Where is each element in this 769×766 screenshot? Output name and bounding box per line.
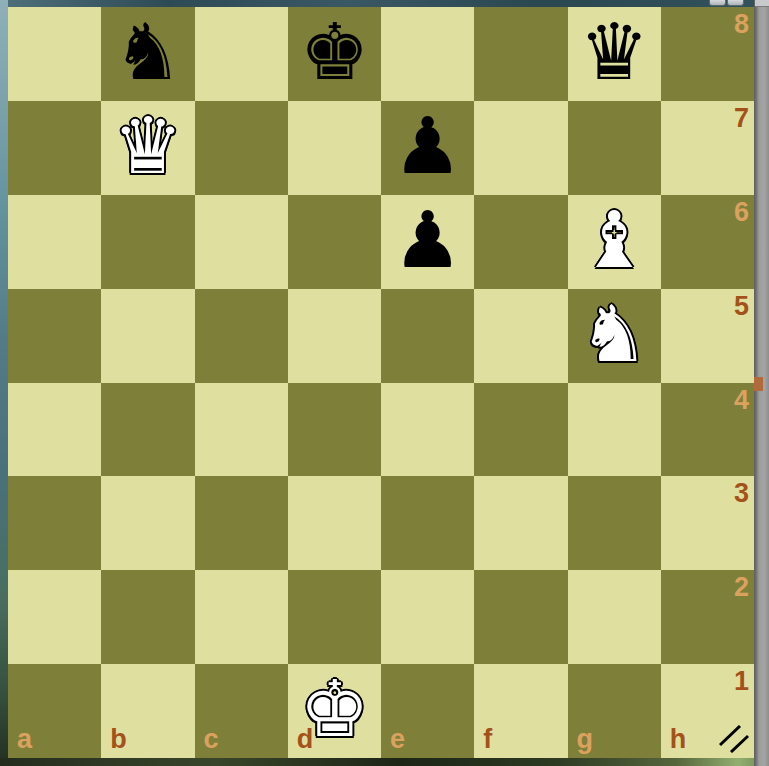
- square-e4[interactable]: [381, 383, 474, 477]
- square-g4[interactable]: [568, 383, 661, 477]
- piece-black-king[interactable]: ♚: [299, 13, 369, 91]
- square-g5[interactable]: ♞: [568, 289, 661, 383]
- square-c7[interactable]: [195, 101, 288, 195]
- window-button[interactable]: [727, 0, 744, 6]
- square-h4[interactable]: 4: [661, 383, 754, 477]
- square-e5[interactable]: [381, 289, 474, 383]
- square-d6[interactable]: [288, 195, 381, 289]
- square-c2[interactable]: [195, 570, 288, 664]
- square-a2[interactable]: [8, 570, 101, 664]
- piece-white-knight[interactable]: ♞: [579, 295, 649, 373]
- square-c8[interactable]: [195, 7, 288, 101]
- file-label-f: f: [483, 726, 492, 753]
- square-d4[interactable]: [288, 383, 381, 477]
- square-d5[interactable]: [288, 289, 381, 383]
- square-a7[interactable]: [8, 101, 101, 195]
- square-d8[interactable]: ♚: [288, 7, 381, 101]
- square-e3[interactable]: [381, 476, 474, 570]
- window-buttons: [709, 0, 744, 6]
- square-h1[interactable]: 1h: [661, 664, 754, 758]
- square-f3[interactable]: [474, 476, 567, 570]
- file-label-h: h: [670, 726, 687, 753]
- file-label-b: b: [110, 726, 127, 753]
- square-b8[interactable]: ♞: [101, 7, 194, 101]
- square-f1[interactable]: f: [474, 664, 567, 758]
- square-c4[interactable]: [195, 383, 288, 477]
- wallpaper-left-strip: [0, 0, 8, 766]
- file-label-g: g: [577, 726, 594, 753]
- resize-handle-icon[interactable]: [719, 725, 749, 753]
- square-c3[interactable]: [195, 476, 288, 570]
- scrollbar-top-button[interactable]: [755, 0, 769, 7]
- rank-label-1: 1: [734, 668, 749, 695]
- file-label-c: c: [204, 726, 219, 753]
- square-d3[interactable]: [288, 476, 381, 570]
- rank-label-3: 3: [734, 480, 749, 507]
- square-g3[interactable]: [568, 476, 661, 570]
- square-b2[interactable]: [101, 570, 194, 664]
- square-h6[interactable]: 6: [661, 195, 754, 289]
- square-g7[interactable]: [568, 101, 661, 195]
- file-label-a: a: [17, 726, 32, 753]
- square-h2[interactable]: 2: [661, 570, 754, 664]
- square-g8[interactable]: ♛: [568, 7, 661, 101]
- piece-black-knight[interactable]: ♞: [113, 13, 183, 91]
- square-f5[interactable]: [474, 289, 567, 383]
- rank-label-2: 2: [734, 574, 749, 601]
- square-g1[interactable]: g: [568, 664, 661, 758]
- wallpaper-bottom-strip: [0, 758, 769, 766]
- square-a4[interactable]: [8, 383, 101, 477]
- square-f4[interactable]: [474, 383, 567, 477]
- chess-board: ♞♚♛8♛♟7♟♝6♞5432abc♚defg1h: [8, 7, 754, 758]
- square-b1[interactable]: b: [101, 664, 194, 758]
- piece-white-bishop[interactable]: ♝: [579, 201, 649, 279]
- scrollbar[interactable]: [754, 0, 769, 766]
- square-e8[interactable]: [381, 7, 474, 101]
- square-b4[interactable]: [101, 383, 194, 477]
- rank-label-8: 8: [734, 11, 749, 38]
- square-h8[interactable]: 8: [661, 7, 754, 101]
- wallpaper-top-strip: [0, 0, 769, 7]
- square-a1[interactable]: a: [8, 664, 101, 758]
- square-e6[interactable]: ♟: [381, 195, 474, 289]
- square-h7[interactable]: 7: [661, 101, 754, 195]
- rank-label-4: 4: [734, 387, 749, 414]
- square-c6[interactable]: [195, 195, 288, 289]
- square-f2[interactable]: [474, 570, 567, 664]
- scroll-position-marker: [754, 377, 763, 391]
- piece-black-pawn[interactable]: ♟: [393, 201, 463, 279]
- square-e1[interactable]: e: [381, 664, 474, 758]
- file-label-e: e: [390, 726, 405, 753]
- square-a3[interactable]: [8, 476, 101, 570]
- square-f6[interactable]: [474, 195, 567, 289]
- piece-black-queen[interactable]: ♛: [579, 13, 649, 91]
- square-f7[interactable]: [474, 101, 567, 195]
- square-e2[interactable]: [381, 570, 474, 664]
- rank-label-7: 7: [734, 105, 749, 132]
- square-b3[interactable]: [101, 476, 194, 570]
- square-c5[interactable]: [195, 289, 288, 383]
- window-button[interactable]: [709, 0, 726, 6]
- square-e7[interactable]: ♟: [381, 101, 474, 195]
- square-a6[interactable]: [8, 195, 101, 289]
- square-g2[interactable]: [568, 570, 661, 664]
- piece-black-pawn[interactable]: ♟: [393, 107, 463, 185]
- square-f8[interactable]: [474, 7, 567, 101]
- square-d7[interactable]: [288, 101, 381, 195]
- square-a5[interactable]: [8, 289, 101, 383]
- square-a8[interactable]: [8, 7, 101, 101]
- square-c1[interactable]: c: [195, 664, 288, 758]
- file-label-d: d: [297, 726, 314, 753]
- square-h5[interactable]: 5: [661, 289, 754, 383]
- square-b5[interactable]: [101, 289, 194, 383]
- rank-label-6: 6: [734, 199, 749, 226]
- square-h3[interactable]: 3: [661, 476, 754, 570]
- square-b6[interactable]: [101, 195, 194, 289]
- square-d1[interactable]: ♚d: [288, 664, 381, 758]
- rank-label-5: 5: [734, 293, 749, 320]
- piece-white-queen[interactable]: ♛: [113, 107, 183, 185]
- square-g6[interactable]: ♝: [568, 195, 661, 289]
- square-d2[interactable]: [288, 570, 381, 664]
- square-b7[interactable]: ♛: [101, 101, 194, 195]
